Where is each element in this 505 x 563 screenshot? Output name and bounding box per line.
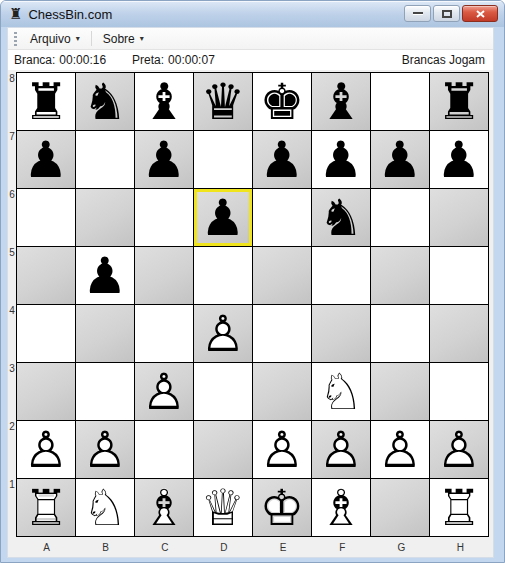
rank-label-5: 5 [8, 246, 16, 304]
square-g8[interactable] [371, 73, 429, 130]
black-pawn: ♟ [142, 135, 187, 185]
board-area: 87654321 ♜♞♝♛♚♝♜♟♟♟♟♟♟♟♞♟♟♙♟♙♞♘♟♙♟♙♟♙♟♙♟… [8, 70, 493, 557]
square-b8[interactable]: ♞ [76, 73, 134, 130]
square-a3[interactable] [17, 363, 75, 420]
square-b6[interactable] [76, 189, 134, 246]
square-c1[interactable]: ♝♗ [135, 479, 193, 536]
square-h3[interactable] [430, 363, 488, 420]
white-rook: ♜♖ [24, 483, 69, 533]
black-rook: ♜ [437, 77, 482, 127]
titlebar[interactable]: ♜ ChessBin.com [1, 1, 504, 27]
square-a8[interactable]: ♜ [17, 73, 75, 130]
square-c8[interactable]: ♝ [135, 73, 193, 130]
square-d8[interactable]: ♛ [194, 73, 252, 130]
white-knight: ♞♘ [83, 483, 128, 533]
square-g3[interactable] [371, 363, 429, 420]
square-h2[interactable]: ♟♙ [430, 421, 488, 478]
black-pawn: ♟ [83, 251, 128, 301]
menu-sobre-label: Sobre [103, 32, 135, 46]
square-a5[interactable] [17, 247, 75, 304]
square-h7[interactable]: ♟ [430, 131, 488, 188]
menu-sobre[interactable]: Sobre ▾ [96, 30, 151, 48]
square-f3[interactable]: ♞♘ [312, 363, 370, 420]
square-e5[interactable] [253, 247, 311, 304]
white-bishop: ♝♗ [319, 483, 364, 533]
black-clock: Preta: 00:00:07 [132, 53, 215, 67]
white-pawn: ♟♙ [142, 367, 187, 417]
file-label-g: G [372, 537, 431, 557]
square-b5[interactable]: ♟ [76, 247, 134, 304]
square-f5[interactable] [312, 247, 370, 304]
statusbar: Branca: 00:00:16 Preta: 00:00:07 Brancas… [8, 50, 493, 70]
chevron-down-icon: ▾ [76, 34, 80, 43]
square-f1[interactable]: ♝♗ [312, 479, 370, 536]
square-e1[interactable]: ♚♔ [253, 479, 311, 536]
square-g7[interactable]: ♟ [371, 131, 429, 188]
rank-label-6: 6 [8, 188, 16, 246]
square-d1[interactable]: ♛♕ [194, 479, 252, 536]
white-king: ♚♔ [260, 483, 305, 533]
toolstrip-grip-icon [14, 32, 17, 46]
rank-label-3: 3 [8, 362, 16, 420]
black-bishop: ♝ [142, 77, 187, 127]
white-clock-label: Branca: [14, 53, 55, 67]
square-e7[interactable]: ♟ [253, 131, 311, 188]
square-a4[interactable] [17, 305, 75, 362]
rank-labels: 87654321 [8, 72, 16, 537]
square-b3[interactable] [76, 363, 134, 420]
board: ♜♞♝♛♚♝♜♟♟♟♟♟♟♟♞♟♟♙♟♙♞♘♟♙♟♙♟♙♟♙♟♙♟♙♜♖♞♘♝♗… [16, 72, 489, 537]
black-king: ♚ [260, 77, 305, 127]
white-knight: ♞♘ [319, 367, 364, 417]
rank-label-8: 8 [8, 72, 16, 130]
square-d7[interactable] [194, 131, 252, 188]
black-pawn: ♟ [437, 135, 482, 185]
square-g4[interactable] [371, 305, 429, 362]
white-pawn: ♟♙ [437, 425, 482, 475]
square-g5[interactable] [371, 247, 429, 304]
file-label-d: D [194, 537, 253, 557]
menu-arquivo[interactable]: Arquivo ▾ [23, 30, 87, 48]
black-pawn: ♟ [201, 193, 246, 243]
white-pawn: ♟♙ [319, 425, 364, 475]
close-button[interactable] [462, 5, 498, 22]
square-e4[interactable] [253, 305, 311, 362]
square-d2[interactable] [194, 421, 252, 478]
square-a1[interactable]: ♜♖ [17, 479, 75, 536]
square-h8[interactable]: ♜ [430, 73, 488, 130]
square-d4[interactable]: ♟♙ [194, 305, 252, 362]
white-pawn: ♟♙ [378, 425, 423, 475]
file-label-e: E [254, 537, 313, 557]
square-g1[interactable] [371, 479, 429, 536]
square-b1[interactable]: ♞♘ [76, 479, 134, 536]
square-a6[interactable] [17, 189, 75, 246]
square-b7[interactable] [76, 131, 134, 188]
square-e6[interactable] [253, 189, 311, 246]
square-f7[interactable]: ♟ [312, 131, 370, 188]
file-label-h: H [431, 537, 490, 557]
client-area: Arquivo ▾ Sobre ▾ Branca: 00:00:16 Preta… [7, 27, 494, 558]
square-g6[interactable] [371, 189, 429, 246]
square-b2[interactable]: ♟♙ [76, 421, 134, 478]
white-clock: Branca: 00:00:16 [14, 53, 106, 67]
white-bishop: ♝♗ [142, 483, 187, 533]
white-pawn: ♟♙ [201, 309, 246, 359]
maximize-button[interactable] [433, 5, 460, 22]
chevron-down-icon: ▾ [140, 34, 144, 43]
file-label-b: B [76, 537, 135, 557]
black-knight: ♞ [83, 77, 128, 127]
app-window: ♜ ChessBin.com Arquivo ▾ [0, 0, 505, 563]
square-d6[interactable]: ♟ [194, 189, 252, 246]
black-clock-label: Preta: [132, 53, 164, 67]
minimize-button[interactable] [404, 5, 431, 22]
black-rook: ♜ [24, 77, 69, 127]
square-g2[interactable]: ♟♙ [371, 421, 429, 478]
square-h1[interactable]: ♜♖ [430, 479, 488, 536]
minimize-icon [413, 12, 423, 15]
square-a2[interactable]: ♟♙ [17, 421, 75, 478]
square-c5[interactable] [135, 247, 193, 304]
white-rook: ♜♖ [437, 483, 482, 533]
rank-label-1: 1 [8, 478, 16, 536]
white-pawn: ♟♙ [83, 425, 128, 475]
square-c2[interactable] [135, 421, 193, 478]
black-pawn: ♟ [378, 135, 423, 185]
black-pawn: ♟ [24, 135, 69, 185]
square-a7[interactable]: ♟ [17, 131, 75, 188]
white-pawn: ♟♙ [260, 425, 305, 475]
black-pawn: ♟ [260, 135, 305, 185]
menu-separator [91, 31, 92, 46]
square-c7[interactable]: ♟ [135, 131, 193, 188]
square-d3[interactable] [194, 363, 252, 420]
file-label-a: A [17, 537, 76, 557]
rank-label-2: 2 [8, 420, 16, 478]
maximize-icon [442, 10, 452, 18]
square-e3[interactable] [253, 363, 311, 420]
white-pawn: ♟♙ [24, 425, 69, 475]
black-clock-time: 00:00:07 [168, 53, 215, 67]
square-c3[interactable]: ♟♙ [135, 363, 193, 420]
square-e8[interactable]: ♚ [253, 73, 311, 130]
square-h6[interactable] [430, 189, 488, 246]
menubar: Arquivo ▾ Sobre ▾ [8, 28, 493, 50]
square-h4[interactable] [430, 305, 488, 362]
square-f8[interactable]: ♝ [312, 73, 370, 130]
file-label-c: C [135, 537, 194, 557]
rank-label-4: 4 [8, 304, 16, 362]
black-knight: ♞ [319, 193, 364, 243]
square-c6[interactable] [135, 189, 193, 246]
black-bishop: ♝ [319, 77, 364, 127]
square-f2[interactable]: ♟♙ [312, 421, 370, 478]
app-icon: ♜ [9, 7, 22, 22]
window-title: ChessBin.com [28, 7, 402, 22]
square-d5[interactable] [194, 247, 252, 304]
rank-label-7: 7 [8, 130, 16, 188]
white-clock-time: 00:00:16 [59, 53, 106, 67]
square-b4[interactable] [76, 305, 134, 362]
file-label-f: F [313, 537, 372, 557]
square-f4[interactable] [312, 305, 370, 362]
square-e2[interactable]: ♟♙ [253, 421, 311, 478]
black-queen: ♛ [201, 77, 246, 127]
square-c4[interactable] [135, 305, 193, 362]
window-controls [402, 1, 498, 27]
file-labels: ABCDEFGH [17, 537, 490, 557]
square-h5[interactable] [430, 247, 488, 304]
close-icon [476, 10, 485, 18]
black-pawn: ♟ [319, 135, 364, 185]
white-queen: ♛♕ [201, 483, 246, 533]
turn-indicator: Brancas Jogam [402, 53, 485, 67]
square-f6[interactable]: ♞ [312, 189, 370, 246]
menu-arquivo-label: Arquivo [30, 32, 71, 46]
